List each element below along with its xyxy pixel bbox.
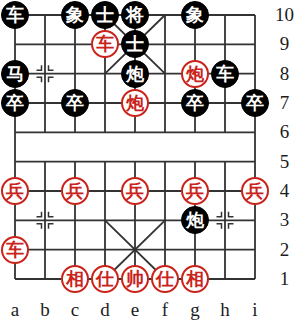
piece-black-cannon-g3[interactable]: 炮 — [181, 206, 209, 234]
piece-red-soldier-i4[interactable]: 兵 — [241, 177, 269, 205]
rank-label-6: 6 — [280, 121, 290, 143]
file-label-g: g — [190, 299, 200, 321]
piece-red-elephant-c1[interactable]: 相 — [61, 265, 89, 293]
piece-red-chariot-d9[interactable]: 车 — [91, 30, 119, 58]
piece-red-soldier-e4[interactable]: 兵 — [121, 177, 149, 205]
piece-black-chariot-h8[interactable]: 车 — [211, 60, 239, 88]
piece-black-advisor-e9[interactable]: 士 — [121, 30, 149, 58]
rank-label-8: 8 — [280, 63, 290, 85]
rank-label-5: 5 — [280, 151, 290, 173]
piece-black-general-e10[interactable]: 将 — [121, 1, 149, 29]
rank-label-4: 4 — [280, 180, 290, 202]
file-label-a: a — [11, 299, 19, 321]
piece-red-cannon-g8[interactable]: 炮 — [181, 60, 209, 88]
rank-label-1: 1 — [280, 268, 290, 290]
piece-red-soldier-c4[interactable]: 兵 — [61, 177, 89, 205]
file-label-e: e — [131, 299, 139, 321]
rank-label-10: 10 — [275, 4, 294, 26]
piece-red-elephant-g1[interactable]: 相 — [181, 265, 209, 293]
file-label-h: h — [220, 299, 230, 321]
file-labels: abcdefghi — [0, 296, 270, 324]
rank-label-2: 2 — [280, 239, 290, 261]
piece-layer: 车象士将象车士马炮炮车卒卒炮卒卒兵兵兵兵兵炮车相仕帅仕相 — [0, 0, 270, 293]
piece-red-soldier-g4[interactable]: 兵 — [181, 177, 209, 205]
piece-red-cannon-e7[interactable]: 炮 — [121, 89, 149, 117]
piece-black-soldier-a7[interactable]: 卒 — [1, 89, 29, 117]
rank-label-3: 3 — [280, 209, 290, 231]
piece-red-advisor-d1[interactable]: 仕 — [91, 265, 119, 293]
file-label-f: f — [162, 299, 168, 321]
piece-red-general-e1[interactable]: 帅 — [121, 265, 149, 293]
rank-label-7: 7 — [280, 92, 290, 114]
file-label-i: i — [252, 299, 257, 321]
piece-black-elephant-c10[interactable]: 象 — [61, 1, 89, 29]
file-label-c: c — [71, 299, 79, 321]
piece-black-elephant-g10[interactable]: 象 — [181, 1, 209, 29]
piece-black-cannon-e8[interactable]: 炮 — [121, 60, 149, 88]
file-label-b: b — [40, 299, 50, 321]
xiangqi-board: 车象士将象车士马炮炮车卒卒炮卒卒兵兵兵兵兵炮车相仕帅仕相 abcdefghi 1… — [0, 0, 300, 324]
piece-black-chariot-a10[interactable]: 车 — [1, 1, 29, 29]
rank-labels: 10987654321 — [269, 0, 300, 293]
piece-red-chariot-a2[interactable]: 车 — [1, 236, 29, 264]
piece-black-soldier-g7[interactable]: 卒 — [181, 89, 209, 117]
piece-red-advisor-f1[interactable]: 仕 — [151, 265, 179, 293]
piece-black-soldier-c7[interactable]: 卒 — [61, 89, 89, 117]
piece-black-soldier-i7[interactable]: 卒 — [241, 89, 269, 117]
piece-red-soldier-a4[interactable]: 兵 — [1, 177, 29, 205]
piece-black-advisor-d10[interactable]: 士 — [91, 1, 119, 29]
piece-black-horse-a8[interactable]: 马 — [1, 60, 29, 88]
rank-label-9: 9 — [280, 33, 290, 55]
file-label-d: d — [100, 299, 110, 321]
